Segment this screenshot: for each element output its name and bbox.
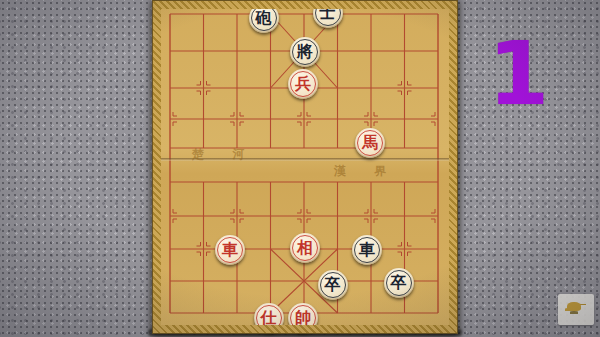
video-frame: 楚 河 漢 界 砲士將兵馬車相車卒卒仕帥 1 [0,0,600,337]
piece-black-general: 將 [290,37,320,67]
piece-red-chariot: 車 [215,235,245,265]
piece-black-advisor: 士 [313,0,343,28]
piece-red-advisor: 仕 [254,303,284,333]
piece-character: 車 [359,242,375,258]
piece-character: 砲 [256,10,272,26]
piece-black-soldier-2: 卒 [384,268,414,298]
pieces-layer: 砲士將兵馬車相車卒卒仕帥 [152,0,458,334]
piece-red-soldier: 兵 [288,69,318,99]
piece-black-soldier-1: 卒 [318,270,348,300]
piece-character: 兵 [295,76,311,92]
puzzle-number-overlay: 1 [488,30,549,118]
piece-character: 馬 [362,135,378,151]
piece-red-general: 帥 [288,303,318,333]
xiangqi-board: 楚 河 漢 界 砲士將兵馬車相車卒卒仕帥 [152,0,458,334]
piece-character: 卒 [391,275,407,291]
channel-watermark [558,294,594,325]
piece-character: 卒 [325,277,341,293]
piece-black-cannon: 砲 [249,3,279,33]
piece-character: 仕 [261,310,277,326]
piece-character: 將 [297,44,313,60]
piece-character: 士 [320,5,336,21]
camel-logo-icon [567,302,581,311]
piece-black-chariot: 車 [352,235,382,265]
piece-character: 相 [297,240,313,256]
piece-character: 帥 [295,310,311,326]
piece-character: 車 [222,242,238,258]
piece-red-horse: 馬 [355,128,385,158]
piece-red-elephant: 相 [290,233,320,263]
